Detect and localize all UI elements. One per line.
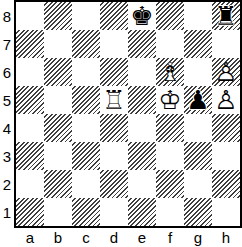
square-c7[interactable] — [72, 30, 100, 58]
black-king-piece: ♚♚ — [128, 2, 156, 30]
white-king-glyph-under: ♚ — [156, 86, 184, 114]
white-rook-glyph-under: ♜ — [100, 86, 128, 114]
square-f8[interactable] — [156, 2, 184, 30]
black-rook-glyph-under: ♜ — [212, 2, 240, 30]
black-king-glyph-under: ♚ — [128, 2, 156, 30]
square-b8[interactable] — [44, 2, 72, 30]
square-h6[interactable]: ♟♙ — [212, 58, 240, 86]
square-h3[interactable] — [212, 142, 240, 170]
square-g2[interactable] — [184, 170, 212, 198]
square-e8[interactable]: ♚♚ — [128, 2, 156, 30]
square-b1[interactable] — [44, 198, 72, 226]
square-a3[interactable] — [16, 142, 44, 170]
white-king-piece: ♚♔ — [156, 86, 184, 114]
black-pawn-piece: ♟♟ — [184, 86, 212, 114]
square-g6[interactable] — [184, 58, 212, 86]
square-a8[interactable] — [16, 2, 44, 30]
white-pawn-piece: ♟♙ — [212, 86, 240, 114]
square-b2[interactable] — [44, 170, 72, 198]
square-d8[interactable] — [100, 2, 128, 30]
square-g3[interactable] — [184, 142, 212, 170]
square-a6[interactable] — [16, 58, 44, 86]
square-a7[interactable] — [16, 30, 44, 58]
square-e2[interactable] — [128, 170, 156, 198]
rank-label-3: 3 — [0, 142, 14, 170]
square-d4[interactable] — [100, 114, 128, 142]
square-g5[interactable]: ♟♟ — [184, 86, 212, 114]
black-king-glyph: ♚ — [128, 2, 156, 30]
square-d6[interactable] — [100, 58, 128, 86]
square-b7[interactable] — [44, 30, 72, 58]
file-labels: abcdefgh — [14, 228, 242, 247]
square-e1[interactable] — [128, 198, 156, 226]
square-b4[interactable] — [44, 114, 72, 142]
square-d7[interactable] — [100, 30, 128, 58]
file-label-a: a — [16, 228, 44, 247]
square-b5[interactable] — [44, 86, 72, 114]
square-f1[interactable] — [156, 198, 184, 226]
square-c2[interactable] — [72, 170, 100, 198]
rank-label-4: 4 — [0, 114, 14, 142]
square-f4[interactable] — [156, 114, 184, 142]
square-g8[interactable] — [184, 2, 212, 30]
file-label-h: h — [212, 228, 240, 247]
black-rook-glyph: ♜ — [212, 2, 240, 30]
white-bishop-glyph: ♗ — [156, 58, 184, 86]
square-d5[interactable]: ♜♖ — [100, 86, 128, 114]
square-g1[interactable] — [184, 198, 212, 226]
square-e3[interactable] — [128, 142, 156, 170]
square-g7[interactable] — [184, 30, 212, 58]
white-pawn-piece: ♟♙ — [212, 58, 240, 86]
square-c8[interactable] — [72, 2, 100, 30]
white-pawn-glyph-under: ♟ — [212, 86, 240, 114]
rank-label-8: 8 — [0, 2, 14, 30]
black-pawn-glyph: ♟ — [184, 86, 212, 114]
white-pawn-glyph-under: ♟ — [212, 58, 240, 86]
black-pawn-glyph-under: ♟ — [184, 86, 212, 114]
white-pawn-glyph: ♙ — [212, 58, 240, 86]
square-h1[interactable] — [212, 198, 240, 226]
file-label-c: c — [72, 228, 100, 247]
square-e5[interactable] — [128, 86, 156, 114]
file-label-e: e — [128, 228, 156, 247]
square-b6[interactable] — [44, 58, 72, 86]
white-pawn-glyph: ♙ — [212, 86, 240, 114]
chess-board: ♚♚♜♜♝♗♟♙♜♖♚♔♟♟♟♙ — [14, 0, 242, 228]
square-h4[interactable] — [212, 114, 240, 142]
rank-label-1: 1 — [0, 198, 14, 226]
square-b3[interactable] — [44, 142, 72, 170]
chess-diagram: 87654321 ♚♚♜♜♝♗♟♙♜♖♚♔♟♟♟♙ abcdefgh — [0, 0, 242, 247]
rank-label-2: 2 — [0, 170, 14, 198]
white-king-glyph: ♔ — [156, 86, 184, 114]
square-e6[interactable] — [128, 58, 156, 86]
square-h8[interactable]: ♜♜ — [212, 2, 240, 30]
rank-label-5: 5 — [0, 86, 14, 114]
square-h5[interactable]: ♟♙ — [212, 86, 240, 114]
white-bishop-piece: ♝♗ — [156, 58, 184, 86]
white-bishop-glyph-under: ♝ — [156, 58, 184, 86]
square-d1[interactable] — [100, 198, 128, 226]
square-f3[interactable] — [156, 142, 184, 170]
square-a1[interactable] — [16, 198, 44, 226]
white-rook-piece: ♜♖ — [100, 86, 128, 114]
white-rook-glyph: ♖ — [100, 86, 128, 114]
square-f6[interactable]: ♝♗ — [156, 58, 184, 86]
square-a5[interactable] — [16, 86, 44, 114]
rank-label-6: 6 — [0, 58, 14, 86]
square-c6[interactable] — [72, 58, 100, 86]
square-c3[interactable] — [72, 142, 100, 170]
square-a4[interactable] — [16, 114, 44, 142]
square-d2[interactable] — [100, 170, 128, 198]
square-h7[interactable] — [212, 30, 240, 58]
square-e7[interactable] — [128, 30, 156, 58]
square-f2[interactable] — [156, 170, 184, 198]
file-label-d: d — [100, 228, 128, 247]
file-label-b: b — [44, 228, 72, 247]
square-c5[interactable] — [72, 86, 100, 114]
square-f7[interactable] — [156, 30, 184, 58]
black-rook-piece: ♜♜ — [212, 2, 240, 30]
square-g4[interactable] — [184, 114, 212, 142]
square-c4[interactable] — [72, 114, 100, 142]
rank-labels: 87654321 — [0, 0, 14, 228]
square-f5[interactable]: ♚♔ — [156, 86, 184, 114]
rank-label-7: 7 — [0, 30, 14, 58]
square-e4[interactable] — [128, 114, 156, 142]
file-label-f: f — [156, 228, 184, 247]
square-d3[interactable] — [100, 142, 128, 170]
square-h2[interactable] — [212, 170, 240, 198]
square-a2[interactable] — [16, 170, 44, 198]
file-label-g: g — [184, 228, 212, 247]
square-c1[interactable] — [72, 198, 100, 226]
